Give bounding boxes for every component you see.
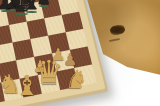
photo-canvas: ♟♟♚♝♟♞♝♟♛♟♟♞ — [0, 0, 160, 106]
pieces-layer: ♟♟♚♝♟♞♝♟♛♟♟♞ — [0, 0, 160, 106]
felt-base — [26, 11, 37, 13]
black-pawn: ♟ — [36, 0, 51, 7]
white-knight: ♞ — [65, 67, 87, 92]
felt-base — [39, 5, 48, 7]
